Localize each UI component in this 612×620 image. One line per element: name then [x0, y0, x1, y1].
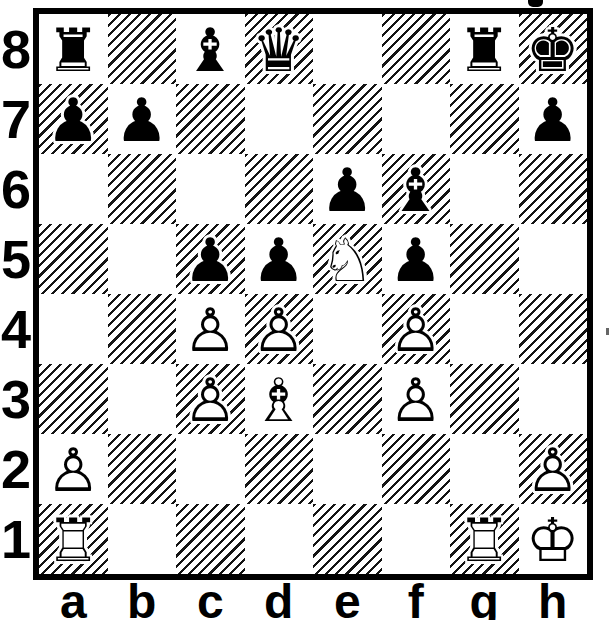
black-pawn-icon: ♟ — [39, 85, 108, 154]
white-rook-icon: ♖ — [450, 505, 519, 574]
piece-black-pawn: ♟♟ — [519, 84, 588, 154]
square-d2 — [245, 434, 314, 504]
rank-label-1: 1 — [0, 504, 32, 574]
square-e4 — [313, 294, 382, 364]
scan-artifact-top — [528, 0, 543, 7]
black-queen-icon: ♛ — [245, 15, 314, 84]
white-pawn-icon: ♙ — [382, 365, 451, 434]
square-d3: ♝♗ — [245, 364, 314, 434]
square-h5 — [519, 224, 588, 294]
square-g7 — [450, 84, 519, 154]
black-pawn-icon: ♟ — [519, 85, 588, 154]
rank-label-6: 6 — [0, 154, 32, 224]
square-f2 — [382, 434, 451, 504]
file-label-h: h — [519, 582, 588, 620]
square-f7 — [382, 84, 451, 154]
piece-black-pawn: ♟♟ — [382, 224, 451, 294]
square-h3 — [519, 364, 588, 434]
piece-black-bishop: ♝♝ — [176, 14, 245, 84]
square-a6 — [39, 154, 108, 224]
square-c6 — [176, 154, 245, 224]
piece-white-pawn: ♟♙ — [519, 434, 588, 504]
square-h2: ♟♙ — [519, 434, 588, 504]
square-f8 — [382, 14, 451, 84]
square-g6 — [450, 154, 519, 224]
rank-label-4: 4 — [0, 294, 32, 364]
square-d4: ♟♙ — [245, 294, 314, 364]
piece-white-pawn: ♟♙ — [176, 364, 245, 434]
square-a7: ♟♟ — [39, 84, 108, 154]
white-bishop-icon: ♗ — [245, 365, 314, 434]
chess-board: ♜♜♝♝♛♛♜♜♚♚♟♟♟♟♟♟♟♟♝♝♟♟♟♟♞♘♟♟♟♙♟♙♟♙♟♙♝♗♟♙… — [33, 8, 593, 580]
square-c8: ♝♝ — [176, 14, 245, 84]
piece-white-pawn: ♟♙ — [39, 434, 108, 504]
black-pawn-icon: ♟ — [313, 155, 382, 224]
square-c1 — [176, 504, 245, 574]
square-a1: ♜♖ — [39, 504, 108, 574]
piece-white-bishop: ♝♗ — [245, 364, 314, 434]
rank-label-2: 2 — [0, 434, 32, 504]
square-e6: ♟♟ — [313, 154, 382, 224]
piece-white-king: ♚♔ — [519, 504, 588, 574]
square-e3 — [313, 364, 382, 434]
file-label-e: e — [313, 582, 382, 620]
square-b3 — [108, 364, 177, 434]
piece-white-knight: ♞♘ — [313, 224, 382, 294]
square-b1 — [108, 504, 177, 574]
square-g4 — [450, 294, 519, 364]
black-pawn-icon: ♟ — [382, 225, 451, 294]
piece-black-king: ♚♚ — [519, 14, 588, 84]
square-d8: ♛♛ — [245, 14, 314, 84]
piece-white-pawn: ♟♙ — [382, 364, 451, 434]
black-pawn-icon: ♟ — [245, 225, 314, 294]
piece-black-rook: ♜♜ — [39, 14, 108, 84]
piece-black-pawn: ♟♟ — [313, 154, 382, 224]
black-bishop-icon: ♝ — [176, 15, 245, 84]
white-pawn-icon: ♙ — [176, 295, 245, 364]
square-e8 — [313, 14, 382, 84]
square-e1 — [313, 504, 382, 574]
file-label-d: d — [245, 582, 314, 620]
square-a8: ♜♜ — [39, 14, 108, 84]
square-f1 — [382, 504, 451, 574]
white-pawn-icon: ♙ — [519, 435, 588, 504]
scan-artifact-right — [606, 328, 609, 335]
square-d6 — [245, 154, 314, 224]
white-king-icon: ♔ — [519, 505, 588, 574]
piece-black-bishop: ♝♝ — [382, 154, 451, 224]
square-g8: ♜♜ — [450, 14, 519, 84]
square-a3 — [39, 364, 108, 434]
square-c3: ♟♙ — [176, 364, 245, 434]
piece-black-pawn: ♟♟ — [176, 224, 245, 294]
white-rook-icon: ♖ — [39, 505, 108, 574]
square-h1: ♚♔ — [519, 504, 588, 574]
file-label-f: f — [382, 582, 451, 620]
square-g3 — [450, 364, 519, 434]
square-f4: ♟♙ — [382, 294, 451, 364]
file-label-a: a — [39, 582, 108, 620]
square-b8 — [108, 14, 177, 84]
square-a5 — [39, 224, 108, 294]
white-knight-icon: ♘ — [313, 225, 382, 294]
square-h8: ♚♚ — [519, 14, 588, 84]
piece-black-pawn: ♟♟ — [108, 84, 177, 154]
square-c5: ♟♟ — [176, 224, 245, 294]
square-h4 — [519, 294, 588, 364]
square-e2 — [313, 434, 382, 504]
file-label-g: g — [450, 582, 519, 620]
piece-black-pawn: ♟♟ — [245, 224, 314, 294]
piece-white-pawn: ♟♙ — [176, 294, 245, 364]
piece-black-queen: ♛♛ — [245, 14, 314, 84]
square-b7: ♟♟ — [108, 84, 177, 154]
piece-white-pawn: ♟♙ — [382, 294, 451, 364]
square-g1: ♜♖ — [450, 504, 519, 574]
square-c2 — [176, 434, 245, 504]
rank-label-8: 8 — [0, 14, 32, 84]
piece-black-rook: ♜♜ — [450, 14, 519, 84]
rank-label-5: 5 — [0, 224, 32, 294]
square-a2: ♟♙ — [39, 434, 108, 504]
white-pawn-icon: ♙ — [382, 295, 451, 364]
square-b4 — [108, 294, 177, 364]
rank-label-3: 3 — [0, 364, 32, 434]
chess-diagram: ♜♜♝♝♛♛♜♜♚♚♟♟♟♟♟♟♟♟♝♝♟♟♟♟♞♘♟♟♟♙♟♙♟♙♟♙♝♗♟♙… — [0, 0, 612, 620]
piece-white-rook: ♜♖ — [450, 504, 519, 574]
square-g5 — [450, 224, 519, 294]
square-f5: ♟♟ — [382, 224, 451, 294]
file-label-b: b — [108, 582, 177, 620]
square-e7 — [313, 84, 382, 154]
square-g2 — [450, 434, 519, 504]
square-h6 — [519, 154, 588, 224]
piece-white-rook: ♜♖ — [39, 504, 108, 574]
white-pawn-icon: ♙ — [245, 295, 314, 364]
square-d1 — [245, 504, 314, 574]
square-a4 — [39, 294, 108, 364]
black-pawn-icon: ♟ — [176, 225, 245, 294]
square-b5 — [108, 224, 177, 294]
white-pawn-icon: ♙ — [176, 365, 245, 434]
square-f6: ♝♝ — [382, 154, 451, 224]
white-pawn-icon: ♙ — [39, 435, 108, 504]
piece-black-pawn: ♟♟ — [39, 84, 108, 154]
square-f3: ♟♙ — [382, 364, 451, 434]
square-b6 — [108, 154, 177, 224]
square-b2 — [108, 434, 177, 504]
square-d5: ♟♟ — [245, 224, 314, 294]
rank-label-7: 7 — [0, 84, 32, 154]
black-bishop-icon: ♝ — [382, 155, 451, 224]
square-d7 — [245, 84, 314, 154]
square-c4: ♟♙ — [176, 294, 245, 364]
piece-white-pawn: ♟♙ — [245, 294, 314, 364]
black-king-icon: ♚ — [519, 15, 588, 84]
square-c7 — [176, 84, 245, 154]
black-pawn-icon: ♟ — [108, 85, 177, 154]
black-rook-icon: ♜ — [450, 15, 519, 84]
square-h7: ♟♟ — [519, 84, 588, 154]
black-rook-icon: ♜ — [39, 15, 108, 84]
file-label-c: c — [176, 582, 245, 620]
square-e5: ♞♘ — [313, 224, 382, 294]
